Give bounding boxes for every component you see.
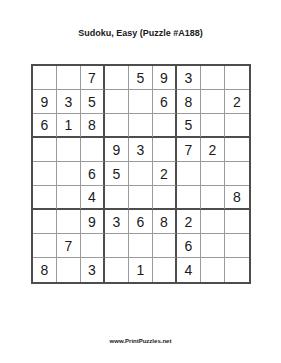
cell-r9c4[interactable] bbox=[105, 258, 129, 282]
cell-r2c5[interactable] bbox=[129, 90, 153, 114]
cell-r7c4: 3 bbox=[105, 210, 129, 234]
cell-r2c2: 3 bbox=[57, 90, 81, 114]
cell-r6c9: 8 bbox=[225, 186, 249, 210]
cell-r7c9[interactable] bbox=[225, 210, 249, 234]
cell-r8c3[interactable] bbox=[81, 234, 105, 258]
cell-r8c1[interactable] bbox=[33, 234, 57, 258]
cell-r1c6: 9 bbox=[153, 66, 177, 90]
cell-r9c5: 1 bbox=[129, 258, 153, 282]
cell-r3c1: 6 bbox=[33, 114, 57, 138]
cell-r6c4[interactable] bbox=[105, 186, 129, 210]
cell-r5c6: 2 bbox=[153, 162, 177, 186]
cell-r4c7: 7 bbox=[177, 138, 201, 162]
cell-r7c5: 6 bbox=[129, 210, 153, 234]
cell-r2c7: 8 bbox=[177, 90, 201, 114]
cell-r1c9[interactable] bbox=[225, 66, 249, 90]
cell-r7c8[interactable] bbox=[201, 210, 225, 234]
cell-r1c1[interactable] bbox=[33, 66, 57, 90]
cell-r4c8: 2 bbox=[201, 138, 225, 162]
cell-r5c2[interactable] bbox=[57, 162, 81, 186]
cell-r9c3: 3 bbox=[81, 258, 105, 282]
cell-r4c3[interactable] bbox=[81, 138, 105, 162]
cell-r4c6[interactable] bbox=[153, 138, 177, 162]
cell-r8c8[interactable] bbox=[201, 234, 225, 258]
cell-r1c2[interactable] bbox=[57, 66, 81, 90]
cell-r7c6: 8 bbox=[153, 210, 177, 234]
cell-r6c6[interactable] bbox=[153, 186, 177, 210]
cell-r6c2[interactable] bbox=[57, 186, 81, 210]
cell-r5c5[interactable] bbox=[129, 162, 153, 186]
page-title: Sudoku, Easy (Puzzle #A188) bbox=[0, 28, 281, 38]
cell-r8c9[interactable] bbox=[225, 234, 249, 258]
puzzle-page: Sudoku, Easy (Puzzle #A188) 759393568261… bbox=[0, 0, 281, 363]
cell-r9c1: 8 bbox=[33, 258, 57, 282]
cell-r1c7: 3 bbox=[177, 66, 201, 90]
cell-r6c1[interactable] bbox=[33, 186, 57, 210]
cell-r5c7[interactable] bbox=[177, 162, 201, 186]
cell-r3c5[interactable] bbox=[129, 114, 153, 138]
cell-r4c4: 9 bbox=[105, 138, 129, 162]
cell-r5c4: 5 bbox=[105, 162, 129, 186]
cell-r7c2[interactable] bbox=[57, 210, 81, 234]
cell-r8c2: 7 bbox=[57, 234, 81, 258]
cell-r4c5: 3 bbox=[129, 138, 153, 162]
cell-r6c3: 4 bbox=[81, 186, 105, 210]
cell-r3c8[interactable] bbox=[201, 114, 225, 138]
cell-r6c5[interactable] bbox=[129, 186, 153, 210]
cell-r8c5[interactable] bbox=[129, 234, 153, 258]
cell-r4c1[interactable] bbox=[33, 138, 57, 162]
cell-r9c9[interactable] bbox=[225, 258, 249, 282]
cell-r2c6: 6 bbox=[153, 90, 177, 114]
cell-r5c1[interactable] bbox=[33, 162, 57, 186]
sudoku-board: 7593935682618593726524893682768314 bbox=[31, 64, 251, 284]
cell-r2c3: 5 bbox=[81, 90, 105, 114]
cell-r2c9: 2 bbox=[225, 90, 249, 114]
cell-r3c4[interactable] bbox=[105, 114, 129, 138]
cell-r9c6[interactable] bbox=[153, 258, 177, 282]
cell-r1c5: 5 bbox=[129, 66, 153, 90]
cell-r8c6[interactable] bbox=[153, 234, 177, 258]
cell-r5c8[interactable] bbox=[201, 162, 225, 186]
cell-r5c9[interactable] bbox=[225, 162, 249, 186]
cell-r7c3: 9 bbox=[81, 210, 105, 234]
cell-r6c8[interactable] bbox=[201, 186, 225, 210]
cell-r7c7: 2 bbox=[177, 210, 201, 234]
cell-r2c4[interactable] bbox=[105, 90, 129, 114]
cell-r3c2: 1 bbox=[57, 114, 81, 138]
cell-r4c2[interactable] bbox=[57, 138, 81, 162]
cell-r8c7: 6 bbox=[177, 234, 201, 258]
cell-r1c3: 7 bbox=[81, 66, 105, 90]
cell-r9c7: 4 bbox=[177, 258, 201, 282]
cell-r2c8[interactable] bbox=[201, 90, 225, 114]
cell-r3c6[interactable] bbox=[153, 114, 177, 138]
cell-r3c7: 5 bbox=[177, 114, 201, 138]
cell-r7c1[interactable] bbox=[33, 210, 57, 234]
cell-r3c9[interactable] bbox=[225, 114, 249, 138]
cell-r2c1: 9 bbox=[33, 90, 57, 114]
cell-r5c3: 6 bbox=[81, 162, 105, 186]
cell-r9c8[interactable] bbox=[201, 258, 225, 282]
footer-url: www.PrintPuzzles.net bbox=[0, 338, 281, 344]
cell-r1c4[interactable] bbox=[105, 66, 129, 90]
cell-r8c4[interactable] bbox=[105, 234, 129, 258]
cell-r1c8[interactable] bbox=[201, 66, 225, 90]
cell-r3c3: 8 bbox=[81, 114, 105, 138]
cell-r9c2[interactable] bbox=[57, 258, 81, 282]
cell-r6c7[interactable] bbox=[177, 186, 201, 210]
cell-r4c9[interactable] bbox=[225, 138, 249, 162]
